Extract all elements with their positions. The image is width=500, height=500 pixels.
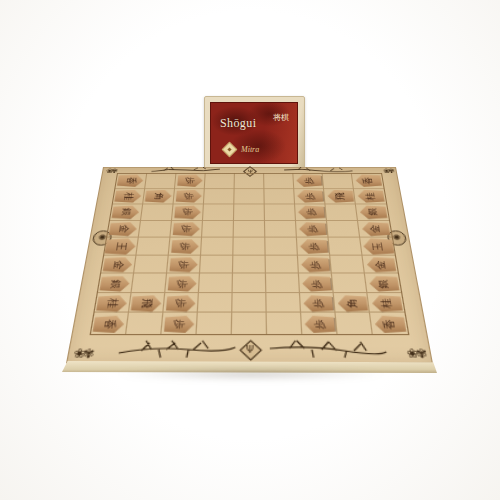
shogi-piece-knight[interactable]: 桂 — [371, 295, 403, 311]
corner-ornament-top-right-icon: ❀✾ — [383, 168, 394, 175]
box-red-label: Shōgui 将棋 Mitra — [210, 102, 298, 164]
board-shadow — [70, 367, 432, 383]
shogi-piece-lance[interactable]: 香 — [355, 174, 382, 186]
shogi-piece-pawn[interactable]: 歩 — [297, 190, 324, 203]
shogi-piece-silver[interactable]: 銀 — [99, 276, 130, 292]
shogi-piece-gold[interactable]: 金 — [103, 257, 133, 272]
shogi-piece-pawn[interactable]: 歩 — [301, 257, 330, 272]
shogi-piece-pawn[interactable]: 歩 — [300, 239, 329, 253]
bamboo-spray-bottom-left-icon — [115, 340, 237, 359]
shogi-piece-silver[interactable]: 銀 — [368, 276, 399, 292]
shogi-piece-pawn[interactable]: 歩 — [299, 222, 327, 236]
shogi-piece-silver[interactable]: 銀 — [111, 206, 139, 219]
shogi-piece-pawn[interactable]: 歩 — [302, 276, 332, 292]
box-title-kanji: 将棋 — [273, 113, 289, 123]
board-surface: ❀✾ ❀✾ Ψ ✺ ✺ ❀✾ ❀✾ — [66, 167, 433, 363]
corner-ornament-top-left-icon: ❀✾ — [106, 168, 117, 175]
shogi-piece-pawn[interactable]: 歩 — [163, 316, 194, 333]
shogi-piece-pawn[interactable]: 歩 — [167, 276, 197, 292]
shogi-board: ❀✾ ❀✾ Ψ ✺ ✺ ❀✾ ❀✾ — [66, 167, 433, 363]
shogi-piece-lance[interactable]: 香 — [92, 316, 125, 333]
shogi-piece-pawn[interactable]: 歩 — [172, 222, 200, 236]
shogi-piece-pawn[interactable]: 歩 — [177, 174, 203, 186]
shogi-piece-pawn[interactable]: 歩 — [304, 316, 335, 333]
shogi-piece-silver[interactable]: 銀 — [359, 206, 387, 219]
product-photo-scene: Shōgui 将棋 Mitra ❀✾ ❀✾ Ψ ✺ — [0, 0, 500, 500]
shogi-piece-gold[interactable]: 金 — [361, 222, 390, 236]
shogi-piece-gold[interactable]: 金 — [109, 222, 138, 236]
shogi-piece-king[interactable]: 王 — [104, 238, 136, 254]
shogi-piece-pawn[interactable]: 歩 — [174, 206, 201, 219]
shogi-piece-pawn[interactable]: 歩 — [165, 295, 196, 311]
shogi-piece-pawn[interactable]: 歩 — [171, 239, 200, 253]
shogi-piece-pawn[interactable]: 歩 — [175, 190, 202, 203]
shogi-piece-knight[interactable]: 桂 — [114, 190, 142, 203]
board-pieces: 香桂銀金王金銀桂香角飛歩歩歩歩歩歩歩歩歩歩歩歩歩歩歩歩歩歩飛角香桂銀金玉金銀桂香 — [90, 173, 410, 335]
bottom-center-seal-icon: Ψ — [239, 340, 262, 361]
box-title: Shōgui — [220, 116, 256, 131]
shogi-piece-rook[interactable]: 飛 — [131, 295, 162, 311]
corner-ornament-bottom-right-icon: ❀✾ — [406, 346, 426, 361]
shogi-piece-knight[interactable]: 桂 — [96, 295, 128, 311]
shogi-piece-pawn[interactable]: 歩 — [303, 295, 334, 311]
corner-ornament-bottom-left-icon: ❀✾ — [73, 346, 93, 361]
shogi-piece-lance[interactable]: 香 — [117, 174, 144, 186]
shogi-piece-bishop[interactable]: 角 — [337, 295, 368, 311]
shogi-piece-gold[interactable]: 金 — [366, 257, 396, 272]
shogi-piece-pawn[interactable]: 歩 — [298, 206, 325, 219]
shogi-piece-knight[interactable]: 桂 — [357, 190, 385, 203]
shogi-piece-lance[interactable]: 香 — [374, 316, 407, 333]
brand-name: Mitra — [241, 145, 259, 154]
shogi-box[interactable]: Shōgui 将棋 Mitra — [204, 96, 305, 171]
bamboo-spray-bottom-right-icon — [267, 340, 390, 359]
shogi-piece-rook[interactable]: 飛 — [327, 190, 354, 203]
shogi-piece-bishop[interactable]: 角 — [145, 190, 172, 203]
brand-diamond-icon — [222, 142, 238, 158]
shogi-piece-pawn[interactable]: 歩 — [169, 257, 198, 272]
shogi-piece-king[interactable]: 玉 — [362, 238, 394, 254]
brand-logo-row: Mitra — [224, 144, 259, 155]
shogi-piece-pawn[interactable]: 歩 — [296, 174, 322, 186]
